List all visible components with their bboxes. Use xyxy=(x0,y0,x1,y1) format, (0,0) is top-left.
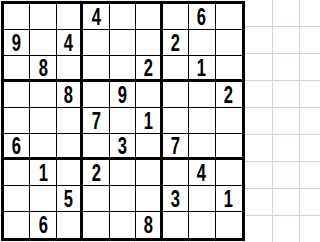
cell-r7c7[interactable] xyxy=(163,160,189,186)
cell-r9c6[interactable]: 8 xyxy=(136,212,162,238)
cell-r5c7[interactable] xyxy=(163,108,189,134)
cell-r3c4[interactable] xyxy=(83,56,109,82)
cell-r2c1[interactable]: 9 xyxy=(4,30,30,56)
cell-r5c9[interactable] xyxy=(216,108,242,134)
given-digit: 6 xyxy=(39,213,48,237)
cell-r3c3[interactable] xyxy=(57,56,83,82)
cell-r9c8[interactable] xyxy=(189,212,215,238)
cell-r9c5[interactable] xyxy=(110,212,136,238)
given-digit: 4 xyxy=(64,31,73,55)
given-digit: 8 xyxy=(143,213,152,237)
cell-r5c8[interactable] xyxy=(189,108,215,134)
given-digit: 9 xyxy=(118,83,127,107)
given-digit: 7 xyxy=(91,109,100,133)
cell-r9c2[interactable]: 6 xyxy=(30,212,56,238)
cell-r1c1[interactable] xyxy=(4,4,30,30)
cell-r7c9[interactable] xyxy=(216,160,242,186)
given-digit: 4 xyxy=(91,5,100,29)
given-digit: 6 xyxy=(12,134,21,158)
cell-r5c1[interactable] xyxy=(4,108,30,134)
cell-r8c5[interactable] xyxy=(110,186,136,212)
cell-r1c3[interactable] xyxy=(57,4,83,30)
given-digit: 4 xyxy=(197,161,206,185)
cell-r4c6[interactable] xyxy=(136,82,162,108)
cell-r8c4[interactable] xyxy=(83,186,109,212)
cell-r8c7[interactable]: 3 xyxy=(163,186,189,212)
cell-r8c9[interactable]: 1 xyxy=(216,186,242,212)
cell-r4c9[interactable]: 2 xyxy=(216,82,242,108)
cell-r5c4[interactable]: 7 xyxy=(83,108,109,134)
cell-r2c9[interactable] xyxy=(216,30,242,56)
cell-r7c2[interactable]: 1 xyxy=(30,160,56,186)
cell-r6c1[interactable]: 6 xyxy=(4,134,30,160)
cell-r6c7[interactable]: 7 xyxy=(163,134,189,160)
given-digit: 8 xyxy=(64,83,73,107)
given-digit: 6 xyxy=(197,5,206,29)
cell-r4c2[interactable] xyxy=(30,82,56,108)
cell-r2c4[interactable] xyxy=(83,30,109,56)
cell-r4c4[interactable] xyxy=(83,82,109,108)
cell-r9c1[interactable] xyxy=(4,212,30,238)
cell-r3c2[interactable]: 8 xyxy=(30,56,56,82)
cell-r7c5[interactable] xyxy=(110,160,136,186)
cell-r8c8[interactable] xyxy=(189,186,215,212)
cell-r5c5[interactable] xyxy=(110,108,136,134)
cell-r8c6[interactable] xyxy=(136,186,162,212)
cell-r1c8[interactable]: 6 xyxy=(189,4,215,30)
cell-r3c9[interactable] xyxy=(216,56,242,82)
cell-r3c8[interactable]: 1 xyxy=(189,56,215,82)
sudoku-board: 469428218927163712453168 xyxy=(1,1,245,241)
cell-r6c5[interactable]: 3 xyxy=(110,134,136,160)
cell-r6c6[interactable] xyxy=(136,134,162,160)
cell-r7c3[interactable] xyxy=(57,160,83,186)
cell-r1c7[interactable] xyxy=(163,4,189,30)
cell-r7c1[interactable] xyxy=(4,160,30,186)
cell-r4c1[interactable] xyxy=(4,82,30,108)
cell-r9c7[interactable] xyxy=(163,212,189,238)
cell-r1c4[interactable]: 4 xyxy=(83,4,109,30)
given-digit: 1 xyxy=(224,187,233,211)
cell-r4c7[interactable] xyxy=(163,82,189,108)
cell-r1c2[interactable] xyxy=(30,4,56,30)
cell-r9c4[interactable] xyxy=(83,212,109,238)
cell-r4c5[interactable]: 9 xyxy=(110,82,136,108)
cell-r6c3[interactable] xyxy=(57,134,83,160)
cell-r9c9[interactable] xyxy=(216,212,242,238)
cell-r4c8[interactable] xyxy=(189,82,215,108)
cell-r5c3[interactable] xyxy=(57,108,83,134)
cell-r2c6[interactable] xyxy=(136,30,162,56)
given-digit: 3 xyxy=(118,134,127,158)
given-digit: 5 xyxy=(64,187,73,211)
given-digit: 1 xyxy=(143,109,152,133)
cell-r8c2[interactable] xyxy=(30,186,56,212)
cell-r2c3[interactable]: 4 xyxy=(57,30,83,56)
cell-r2c5[interactable] xyxy=(110,30,136,56)
cell-r2c7[interactable]: 2 xyxy=(163,30,189,56)
cell-r6c9[interactable] xyxy=(216,134,242,160)
cell-r5c2[interactable] xyxy=(30,108,56,134)
cell-r6c4[interactable] xyxy=(83,134,109,160)
cell-r9c3[interactable] xyxy=(57,212,83,238)
cell-r8c3[interactable]: 5 xyxy=(57,186,83,212)
given-digit: 2 xyxy=(143,56,152,80)
cell-r1c6[interactable] xyxy=(136,4,162,30)
cell-r2c2[interactable] xyxy=(30,30,56,56)
cell-r3c5[interactable] xyxy=(110,56,136,82)
given-digit: 3 xyxy=(171,187,180,211)
cell-r6c2[interactable] xyxy=(30,134,56,160)
cell-r7c8[interactable]: 4 xyxy=(189,160,215,186)
given-digit: 2 xyxy=(224,83,233,107)
given-digit: 2 xyxy=(171,31,180,55)
given-digit: 9 xyxy=(12,31,21,55)
cell-r5c6[interactable]: 1 xyxy=(136,108,162,134)
cell-r4c3[interactable]: 8 xyxy=(57,82,83,108)
cell-r6c8[interactable] xyxy=(189,134,215,160)
given-digit: 1 xyxy=(39,161,48,185)
cell-r2c8[interactable] xyxy=(189,30,215,56)
cell-r3c1[interactable] xyxy=(4,56,30,82)
cell-r3c7[interactable] xyxy=(163,56,189,82)
given-digit: 2 xyxy=(91,161,100,185)
cell-r3c6[interactable]: 2 xyxy=(136,56,162,82)
given-digit: 7 xyxy=(171,134,180,158)
given-digit: 1 xyxy=(197,56,206,80)
cell-r8c1[interactable] xyxy=(4,186,30,212)
cell-r7c4[interactable]: 2 xyxy=(83,160,109,186)
cell-r1c9[interactable] xyxy=(216,4,242,30)
cell-r1c5[interactable] xyxy=(110,4,136,30)
cell-r7c6[interactable] xyxy=(136,160,162,186)
given-digit: 8 xyxy=(39,56,48,80)
